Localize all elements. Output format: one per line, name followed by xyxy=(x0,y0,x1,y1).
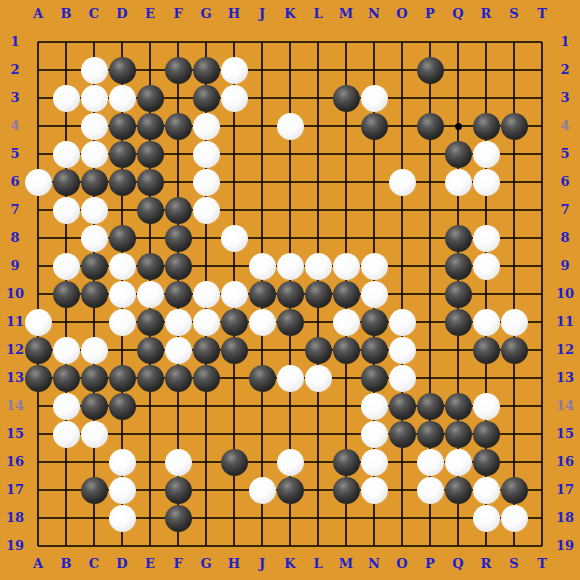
black-stone-c6[interactable] xyxy=(81,169,108,196)
coord-label-17-left: 17 xyxy=(2,483,28,497)
white-stone-h3[interactable] xyxy=(221,85,248,112)
black-stone-c14[interactable] xyxy=(81,393,108,420)
white-stone-c2[interactable] xyxy=(81,57,108,84)
black-stone-h16[interactable] xyxy=(221,449,248,476)
white-stone-b3[interactable] xyxy=(53,85,80,112)
coord-label-4-left: 4 xyxy=(2,119,28,133)
white-stone-l9[interactable] xyxy=(305,253,332,280)
black-stone-p4[interactable] xyxy=(417,113,444,140)
coord-label-M-bottom: M xyxy=(336,557,356,571)
white-stone-s11[interactable] xyxy=(501,309,528,336)
coord-label-N-top: N xyxy=(364,7,384,21)
white-stone-b7[interactable] xyxy=(53,197,80,224)
black-stone-e5[interactable] xyxy=(137,141,164,168)
black-stone-e4[interactable] xyxy=(137,113,164,140)
coord-label-L-top: L xyxy=(308,7,328,21)
black-stone-m10[interactable] xyxy=(333,281,360,308)
black-stone-f18[interactable] xyxy=(165,505,192,532)
coord-label-T-top: T xyxy=(532,7,552,21)
coord-label-14-left: 14 xyxy=(2,399,28,413)
black-stone-h11[interactable] xyxy=(221,309,248,336)
black-stone-b6[interactable] xyxy=(53,169,80,196)
black-stone-c13[interactable] xyxy=(81,365,108,392)
black-stone-q5[interactable] xyxy=(445,141,472,168)
black-stone-g2[interactable] xyxy=(193,57,220,84)
black-stone-e11[interactable] xyxy=(137,309,164,336)
black-stone-r4[interactable] xyxy=(473,113,500,140)
black-stone-r12[interactable] xyxy=(473,337,500,364)
black-stone-k17[interactable] xyxy=(277,477,304,504)
black-stone-e7[interactable] xyxy=(137,197,164,224)
black-stone-q9[interactable] xyxy=(445,253,472,280)
white-stone-k4[interactable] xyxy=(277,113,304,140)
coord-label-13-right: 13 xyxy=(552,371,578,385)
black-stone-p14[interactable] xyxy=(417,393,444,420)
coord-label-E-bottom: E xyxy=(140,557,160,571)
black-stone-c9[interactable] xyxy=(81,253,108,280)
coord-label-A-top: A xyxy=(28,7,48,21)
white-stone-c3[interactable] xyxy=(81,85,108,112)
white-stone-r14[interactable] xyxy=(473,393,500,420)
black-stone-n11[interactable] xyxy=(361,309,388,336)
white-stone-k16[interactable] xyxy=(277,449,304,476)
coord-label-17-right: 17 xyxy=(552,483,578,497)
black-stone-b13[interactable] xyxy=(53,365,80,392)
coord-label-R-top: R xyxy=(476,7,496,21)
white-stone-l13[interactable] xyxy=(305,365,332,392)
black-stone-n12[interactable] xyxy=(361,337,388,364)
coord-label-18-right: 18 xyxy=(552,511,578,525)
black-stone-b10[interactable] xyxy=(53,281,80,308)
black-stone-d6[interactable] xyxy=(109,169,136,196)
black-stone-r15[interactable] xyxy=(473,421,500,448)
coord-label-S-top: S xyxy=(504,7,524,21)
coord-label-2-right: 2 xyxy=(552,63,578,77)
white-stone-s18[interactable] xyxy=(501,505,528,532)
coord-label-P-top: P xyxy=(420,7,440,21)
white-stone-b14[interactable] xyxy=(53,393,80,420)
white-stone-o6[interactable] xyxy=(389,169,416,196)
black-stone-n4[interactable] xyxy=(361,113,388,140)
black-stone-n13[interactable] xyxy=(361,365,388,392)
coord-label-4-right: 4 xyxy=(552,119,578,133)
black-stone-q15[interactable] xyxy=(445,421,472,448)
black-stone-e3[interactable] xyxy=(137,85,164,112)
white-stone-c4[interactable] xyxy=(81,113,108,140)
black-stone-f9[interactable] xyxy=(165,253,192,280)
coord-label-T-bottom: T xyxy=(532,557,552,571)
coord-label-B-bottom: B xyxy=(56,557,76,571)
black-stone-c17[interactable] xyxy=(81,477,108,504)
coord-label-R-bottom: R xyxy=(476,557,496,571)
coord-label-K-bottom: K xyxy=(280,557,300,571)
white-stone-p16[interactable] xyxy=(417,449,444,476)
black-stone-g12[interactable] xyxy=(193,337,220,364)
coord-label-B-top: B xyxy=(56,7,76,21)
black-stone-d8[interactable] xyxy=(109,225,136,252)
coord-label-J-bottom: J xyxy=(252,557,272,571)
coord-label-S-bottom: S xyxy=(504,557,524,571)
coord-label-8-right: 8 xyxy=(552,231,578,245)
white-stone-o12[interactable] xyxy=(389,337,416,364)
coord-label-L-bottom: L xyxy=(308,557,328,571)
white-stone-b9[interactable] xyxy=(53,253,80,280)
coord-label-7-right: 7 xyxy=(552,203,578,217)
white-stone-b15[interactable] xyxy=(53,421,80,448)
white-stone-r5[interactable] xyxy=(473,141,500,168)
black-stone-f13[interactable] xyxy=(165,365,192,392)
coord-label-M-top: M xyxy=(336,7,356,21)
black-stone-a12[interactable] xyxy=(25,337,52,364)
white-stone-c7[interactable] xyxy=(81,197,108,224)
coord-label-1-left: 1 xyxy=(2,35,28,49)
coord-label-5-right: 5 xyxy=(552,147,578,161)
black-stone-q10[interactable] xyxy=(445,281,472,308)
black-stone-o14[interactable] xyxy=(389,393,416,420)
coord-label-18-left: 18 xyxy=(2,511,28,525)
coord-label-2-left: 2 xyxy=(2,63,28,77)
white-stone-d11[interactable] xyxy=(109,309,136,336)
black-stone-f10[interactable] xyxy=(165,281,192,308)
white-stone-d18[interactable] xyxy=(109,505,136,532)
black-stone-m17[interactable] xyxy=(333,477,360,504)
white-stone-g10[interactable] xyxy=(193,281,220,308)
white-stone-d16[interactable] xyxy=(109,449,136,476)
go-board[interactable]: AABBCCDDEEFFGGHHJJKKLLMMNNOOPPQQRRSSTT11… xyxy=(0,0,580,580)
star-point-q4 xyxy=(455,123,462,130)
coord-label-16-right: 16 xyxy=(552,455,578,469)
black-stone-k10[interactable] xyxy=(277,281,304,308)
white-stone-j17[interactable] xyxy=(249,477,276,504)
black-stone-g3[interactable] xyxy=(193,85,220,112)
coord-label-H-top: H xyxy=(224,7,244,21)
coord-label-A-bottom: A xyxy=(28,557,48,571)
white-stone-j9[interactable] xyxy=(249,253,276,280)
white-stone-o13[interactable] xyxy=(389,365,416,392)
black-stone-m3[interactable] xyxy=(333,85,360,112)
white-stone-n15[interactable] xyxy=(361,421,388,448)
black-stone-c10[interactable] xyxy=(81,281,108,308)
black-stone-k11[interactable] xyxy=(277,309,304,336)
black-stone-s12[interactable] xyxy=(501,337,528,364)
coord-label-D-bottom: D xyxy=(112,557,132,571)
coord-label-O-bottom: O xyxy=(392,557,412,571)
coord-label-G-bottom: G xyxy=(196,557,216,571)
black-stone-d5[interactable] xyxy=(109,141,136,168)
white-stone-c8[interactable] xyxy=(81,225,108,252)
coord-label-9-right: 9 xyxy=(552,259,578,273)
coord-label-19-right: 19 xyxy=(552,539,578,553)
black-stone-d14[interactable] xyxy=(109,393,136,420)
black-stone-m12[interactable] xyxy=(333,337,360,364)
coord-label-Q-top: Q xyxy=(448,7,468,21)
white-stone-b5[interactable] xyxy=(53,141,80,168)
coord-label-1-right: 1 xyxy=(552,35,578,49)
coord-label-11-right: 11 xyxy=(552,315,578,329)
white-stone-c12[interactable] xyxy=(81,337,108,364)
black-stone-e13[interactable] xyxy=(137,365,164,392)
coord-label-E-top: E xyxy=(140,7,160,21)
black-stone-q17[interactable] xyxy=(445,477,472,504)
white-stone-r11[interactable] xyxy=(473,309,500,336)
coord-label-6-right: 6 xyxy=(552,175,578,189)
white-stone-n16[interactable] xyxy=(361,449,388,476)
coord-label-P-bottom: P xyxy=(420,557,440,571)
white-stone-g4[interactable] xyxy=(193,113,220,140)
white-stone-n17[interactable] xyxy=(361,477,388,504)
black-stone-f17[interactable] xyxy=(165,477,192,504)
black-stone-h12[interactable] xyxy=(221,337,248,364)
coord-label-19-left: 19 xyxy=(2,539,28,553)
coord-label-H-bottom: H xyxy=(224,557,244,571)
black-stone-q11[interactable] xyxy=(445,309,472,336)
white-stone-g6[interactable] xyxy=(193,169,220,196)
coord-label-3-right: 3 xyxy=(552,91,578,105)
coord-label-F-top: F xyxy=(168,7,188,21)
black-stone-d13[interactable] xyxy=(109,365,136,392)
black-stone-e6[interactable] xyxy=(137,169,164,196)
black-stone-d4[interactable] xyxy=(109,113,136,140)
white-stone-e10[interactable] xyxy=(137,281,164,308)
coord-label-3-left: 3 xyxy=(2,91,28,105)
white-stone-r6[interactable] xyxy=(473,169,500,196)
coord-label-16-left: 16 xyxy=(2,455,28,469)
coord-label-15-left: 15 xyxy=(2,427,28,441)
coord-label-5-left: 5 xyxy=(2,147,28,161)
white-stone-n10[interactable] xyxy=(361,281,388,308)
coord-label-J-top: J xyxy=(252,7,272,21)
white-stone-r9[interactable] xyxy=(473,253,500,280)
black-stone-e9[interactable] xyxy=(137,253,164,280)
white-stone-k9[interactable] xyxy=(277,253,304,280)
coord-label-D-top: D xyxy=(112,7,132,21)
coord-label-12-right: 12 xyxy=(552,343,578,357)
white-stone-f11[interactable] xyxy=(165,309,192,336)
coord-label-7-left: 7 xyxy=(2,203,28,217)
coord-label-9-left: 9 xyxy=(2,259,28,273)
black-stone-f7[interactable] xyxy=(165,197,192,224)
white-stone-q6[interactable] xyxy=(445,169,472,196)
black-stone-s17[interactable] xyxy=(501,477,528,504)
black-stone-m16[interactable] xyxy=(333,449,360,476)
white-stone-o11[interactable] xyxy=(389,309,416,336)
black-stone-j10[interactable] xyxy=(249,281,276,308)
white-stone-g5[interactable] xyxy=(193,141,220,168)
white-stone-f16[interactable] xyxy=(165,449,192,476)
white-stone-n14[interactable] xyxy=(361,393,388,420)
white-stone-c5[interactable] xyxy=(81,141,108,168)
black-stone-q14[interactable] xyxy=(445,393,472,420)
white-stone-d3[interactable] xyxy=(109,85,136,112)
coord-label-F-bottom: F xyxy=(168,557,188,571)
white-stone-q16[interactable] xyxy=(445,449,472,476)
coord-label-G-top: G xyxy=(196,7,216,21)
white-stone-k13[interactable] xyxy=(277,365,304,392)
black-stone-s4[interactable] xyxy=(501,113,528,140)
coord-label-C-top: C xyxy=(84,7,104,21)
black-stone-q8[interactable] xyxy=(445,225,472,252)
white-stone-r8[interactable] xyxy=(473,225,500,252)
coord-label-10-right: 10 xyxy=(552,287,578,301)
white-stone-a6[interactable] xyxy=(25,169,52,196)
white-stone-r17[interactable] xyxy=(473,477,500,504)
black-stone-o15[interactable] xyxy=(389,421,416,448)
coord-label-K-top: K xyxy=(280,7,300,21)
coord-label-Q-bottom: Q xyxy=(448,557,468,571)
black-stone-f2[interactable] xyxy=(165,57,192,84)
white-stone-d10[interactable] xyxy=(109,281,136,308)
black-stone-e12[interactable] xyxy=(137,337,164,364)
black-stone-a13[interactable] xyxy=(25,365,52,392)
white-stone-h2[interactable] xyxy=(221,57,248,84)
white-stone-d17[interactable] xyxy=(109,477,136,504)
black-stone-l10[interactable] xyxy=(305,281,332,308)
coord-label-8-left: 8 xyxy=(2,231,28,245)
white-stone-r18[interactable] xyxy=(473,505,500,532)
white-stone-n3[interactable] xyxy=(361,85,388,112)
black-stone-j13[interactable] xyxy=(249,365,276,392)
white-stone-m9[interactable] xyxy=(333,253,360,280)
black-stone-p15[interactable] xyxy=(417,421,444,448)
white-stone-a11[interactable] xyxy=(25,309,52,336)
black-stone-p2[interactable] xyxy=(417,57,444,84)
coord-label-10-left: 10 xyxy=(2,287,28,301)
black-stone-l12[interactable] xyxy=(305,337,332,364)
white-stone-d9[interactable] xyxy=(109,253,136,280)
white-stone-f12[interactable] xyxy=(165,337,192,364)
coord-label-O-top: O xyxy=(392,7,412,21)
white-stone-h8[interactable] xyxy=(221,225,248,252)
black-stone-r16[interactable] xyxy=(473,449,500,476)
white-stone-j11[interactable] xyxy=(249,309,276,336)
coord-label-14-right: 14 xyxy=(552,399,578,413)
coord-label-N-bottom: N xyxy=(364,557,384,571)
black-stone-f8[interactable] xyxy=(165,225,192,252)
white-stone-g11[interactable] xyxy=(193,309,220,336)
white-stone-h10[interactable] xyxy=(221,281,248,308)
coord-label-15-right: 15 xyxy=(552,427,578,441)
white-stone-n9[interactable] xyxy=(361,253,388,280)
black-stone-d2[interactable] xyxy=(109,57,136,84)
black-stone-f4[interactable] xyxy=(165,113,192,140)
white-stone-p17[interactable] xyxy=(417,477,444,504)
coord-label-C-bottom: C xyxy=(84,557,104,571)
white-stone-c15[interactable] xyxy=(81,421,108,448)
white-stone-b12[interactable] xyxy=(53,337,80,364)
white-stone-m11[interactable] xyxy=(333,309,360,336)
white-stone-g7[interactable] xyxy=(193,197,220,224)
black-stone-g13[interactable] xyxy=(193,365,220,392)
